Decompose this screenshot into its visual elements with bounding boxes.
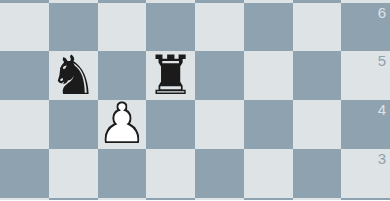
rank-label-4: 4 (378, 102, 386, 117)
square-f4[interactable] (244, 100, 293, 149)
rank-label-6: 6 (378, 5, 386, 20)
square-a3[interactable] (0, 149, 49, 198)
square-h3[interactable]: 3 (341, 149, 390, 198)
square-d4[interactable] (146, 100, 195, 149)
square-g5[interactable] (293, 51, 342, 100)
square-g4[interactable] (293, 100, 342, 149)
square-e6[interactable] (195, 3, 244, 52)
square-c2[interactable] (98, 198, 147, 201)
square-a4[interactable] (0, 100, 49, 149)
square-f2[interactable] (244, 198, 293, 201)
square-d5[interactable]: ♜ (146, 51, 195, 100)
square-f5[interactable] (244, 51, 293, 100)
square-c4[interactable]: ♟ (98, 100, 147, 149)
square-b2[interactable] (49, 198, 98, 201)
square-f3[interactable] (244, 149, 293, 198)
rank-label-3: 3 (378, 151, 386, 166)
square-e5[interactable] (195, 51, 244, 100)
square-e2[interactable] (195, 198, 244, 201)
square-e4[interactable] (195, 100, 244, 149)
square-h2[interactable] (341, 198, 390, 201)
square-a2[interactable] (0, 198, 49, 201)
square-a5[interactable] (0, 51, 49, 100)
square-h4[interactable]: 4 (341, 100, 390, 149)
square-g3[interactable] (293, 149, 342, 198)
black-rook[interactable]: ♜ (146, 49, 194, 103)
board-viewport: 6♞♜5♟43 (0, 0, 390, 200)
square-c3[interactable] (98, 149, 147, 198)
rank-label-5: 5 (378, 53, 386, 68)
black-knight[interactable]: ♞ (49, 49, 97, 103)
square-g6[interactable] (293, 3, 342, 52)
square-g2[interactable] (293, 198, 342, 201)
square-b5[interactable]: ♞ (49, 51, 98, 100)
square-f6[interactable] (244, 3, 293, 52)
white-pawn[interactable]: ♟ (98, 97, 146, 151)
square-d2[interactable] (146, 198, 195, 201)
square-b4[interactable] (49, 100, 98, 149)
chess-board: 6♞♜5♟43 (0, 0, 390, 200)
square-b3[interactable] (49, 149, 98, 198)
square-d3[interactable] (146, 149, 195, 198)
square-a6[interactable] (0, 3, 49, 52)
square-h5[interactable]: 5 (341, 51, 390, 100)
square-c6[interactable] (98, 3, 147, 52)
square-e3[interactable] (195, 149, 244, 198)
square-h6[interactable]: 6 (341, 3, 390, 52)
